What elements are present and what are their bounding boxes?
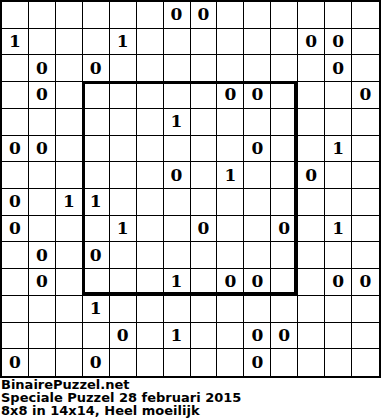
cell-r2c1: 1 (2, 29, 29, 56)
puzzle-board: 0011000000000100010100110100100010000101… (0, 0, 381, 378)
cell-r6c2: 0 (29, 136, 56, 163)
cell-r12c10[interactable] (244, 296, 271, 323)
cell-r11c6[interactable] (137, 269, 164, 296)
cell-r10c12[interactable] (298, 242, 325, 269)
cell-r7c6[interactable] (137, 162, 164, 189)
cell-r13c1[interactable] (2, 323, 29, 350)
cell-r9c9[interactable] (217, 216, 244, 243)
cell-r10c9[interactable] (217, 242, 244, 269)
cell-r14c9[interactable] (217, 349, 244, 376)
cell-r13c7: 1 (164, 323, 191, 350)
cell-r7c14[interactable] (352, 162, 379, 189)
cell-r9c1: 0 (2, 216, 29, 243)
cell-r10c3[interactable] (56, 242, 83, 269)
cell-r14c5[interactable] (110, 349, 137, 376)
cell-r10c5[interactable] (110, 242, 137, 269)
cell-r5c9[interactable] (217, 109, 244, 136)
cell-r4c14: 0 (352, 82, 379, 109)
cell-r4c4[interactable] (83, 82, 110, 109)
cell-r4c11[interactable] (271, 82, 298, 109)
cell-r14c12[interactable] (298, 349, 325, 376)
cell-r1c13[interactable] (325, 2, 352, 29)
cell-r3c7[interactable] (164, 55, 191, 82)
cell-r13c4[interactable] (83, 323, 110, 350)
cell-r10c13[interactable] (325, 242, 352, 269)
cell-r12c1[interactable] (2, 296, 29, 323)
cell-r4c7[interactable] (164, 82, 191, 109)
cell-r7c3[interactable] (56, 162, 83, 189)
cell-r8c5[interactable] (110, 189, 137, 216)
cell-r4c9: 0 (217, 82, 244, 109)
cell-r7c7: 0 (164, 162, 191, 189)
cell-r6c6[interactable] (137, 136, 164, 163)
cell-r12c7[interactable] (164, 296, 191, 323)
cell-r9c4[interactable] (83, 216, 110, 243)
cell-r13c10: 0 (244, 323, 271, 350)
cell-r10c1[interactable] (2, 242, 29, 269)
cell-r1c14[interactable] (352, 2, 379, 29)
cell-r2c6[interactable] (137, 29, 164, 56)
cell-r12c12[interactable] (298, 296, 325, 323)
cell-r7c8[interactable] (191, 162, 218, 189)
cell-r9c3[interactable] (56, 216, 83, 243)
cell-r10c10[interactable] (244, 242, 271, 269)
cell-r11c10: 0 (244, 269, 271, 296)
cell-r8c4: 1 (83, 189, 110, 216)
cell-r3c14[interactable] (352, 55, 379, 82)
cell-r6c9[interactable] (217, 136, 244, 163)
cell-r6c5[interactable] (110, 136, 137, 163)
cell-r6c13: 1 (325, 136, 352, 163)
cell-r2c2[interactable] (29, 29, 56, 56)
cell-r1c12[interactable] (298, 2, 325, 29)
cell-r12c11[interactable] (271, 296, 298, 323)
cell-r11c13: 0 (325, 269, 352, 296)
cell-r13c8[interactable] (191, 323, 218, 350)
cell-r4c10: 0 (244, 82, 271, 109)
cell-r13c3[interactable] (56, 323, 83, 350)
cell-r14c3[interactable] (56, 349, 83, 376)
cell-r5c8[interactable] (191, 109, 218, 136)
cell-r3c5[interactable] (110, 55, 137, 82)
cell-r13c12[interactable] (298, 323, 325, 350)
cell-r9c2[interactable] (29, 216, 56, 243)
cell-r6c10: 0 (244, 136, 271, 163)
cell-r13c13[interactable] (325, 323, 352, 350)
cell-r11c8[interactable] (191, 269, 218, 296)
cell-r12c8[interactable] (191, 296, 218, 323)
cell-r1c1[interactable] (2, 2, 29, 29)
cell-r3c3[interactable] (56, 55, 83, 82)
cell-r12c9[interactable] (217, 296, 244, 323)
cell-r11c9: 0 (217, 269, 244, 296)
cell-r6c4[interactable] (83, 136, 110, 163)
cell-r10c6[interactable] (137, 242, 164, 269)
cell-r7c9: 1 (217, 162, 244, 189)
cell-r11c12[interactable] (298, 269, 325, 296)
cell-r11c5[interactable] (110, 269, 137, 296)
cell-r1c5[interactable] (110, 2, 137, 29)
cell-r6c14[interactable] (352, 136, 379, 163)
cell-r13c14[interactable] (352, 323, 379, 350)
cell-r7c12: 0 (298, 162, 325, 189)
cell-r12c5[interactable] (110, 296, 137, 323)
cell-r12c14[interactable] (352, 296, 379, 323)
cell-r11c1[interactable] (2, 269, 29, 296)
cell-r7c13[interactable] (325, 162, 352, 189)
cell-r6c3[interactable] (56, 136, 83, 163)
cell-r7c5[interactable] (110, 162, 137, 189)
cell-r2c12: 0 (298, 29, 325, 56)
cell-r6c12[interactable] (298, 136, 325, 163)
cell-r1c9[interactable] (217, 2, 244, 29)
cell-r9c5: 1 (110, 216, 137, 243)
cell-r13c2[interactable] (29, 323, 56, 350)
cell-r5c3[interactable] (56, 109, 83, 136)
cell-r4c8[interactable] (191, 82, 218, 109)
cell-r3c8[interactable] (191, 55, 218, 82)
cell-r13c11: 0 (271, 323, 298, 350)
cell-r5c5[interactable] (110, 109, 137, 136)
cell-r5c12[interactable] (298, 109, 325, 136)
cell-r10c7[interactable] (164, 242, 191, 269)
cell-r14c10: 0 (244, 349, 271, 376)
cell-r8c2[interactable] (29, 189, 56, 216)
cell-r3c2: 0 (29, 55, 56, 82)
cell-r8c8[interactable] (191, 189, 218, 216)
cell-r3c4: 0 (83, 55, 110, 82)
cell-r1c6[interactable] (137, 2, 164, 29)
cell-r8c13[interactable] (325, 189, 352, 216)
cell-r2c11[interactable] (271, 29, 298, 56)
cell-r11c2: 0 (29, 269, 56, 296)
cell-r10c2: 0 (29, 242, 56, 269)
cell-r2c5: 1 (110, 29, 137, 56)
cell-r5c13[interactable] (325, 109, 352, 136)
cell-r2c8[interactable] (191, 29, 218, 56)
cell-r14c7[interactable] (164, 349, 191, 376)
cell-r7c10[interactable] (244, 162, 271, 189)
cell-r4c13[interactable] (325, 82, 352, 109)
cell-r9c14[interactable] (352, 216, 379, 243)
cell-r3c10[interactable] (244, 55, 271, 82)
cell-r9c11: 0 (271, 216, 298, 243)
cell-r6c1: 0 (2, 136, 29, 163)
cell-r1c3[interactable] (56, 2, 83, 29)
cell-r8c6[interactable] (137, 189, 164, 216)
cell-r3c6[interactable] (137, 55, 164, 82)
cell-r12c4: 1 (83, 296, 110, 323)
cell-r13c6[interactable] (137, 323, 164, 350)
cell-r3c1[interactable] (2, 55, 29, 82)
cell-r10c11[interactable] (271, 242, 298, 269)
cell-r11c7: 1 (164, 269, 191, 296)
cell-r13c5: 0 (110, 323, 137, 350)
cell-r2c3[interactable] (56, 29, 83, 56)
cell-r2c7[interactable] (164, 29, 191, 56)
cell-r4c1[interactable] (2, 82, 29, 109)
cell-r9c12[interactable] (298, 216, 325, 243)
cell-r6c7[interactable] (164, 136, 191, 163)
cell-r14c11[interactable] (271, 349, 298, 376)
cell-r4c12[interactable] (298, 82, 325, 109)
cell-r9c7[interactable] (164, 216, 191, 243)
cell-r4c6[interactable] (137, 82, 164, 109)
binary-puzzle-page: 0011000000000100010100110100100010000101… (0, 0, 381, 419)
cell-r5c2[interactable] (29, 109, 56, 136)
cell-r1c2[interactable] (29, 2, 56, 29)
cell-r8c11[interactable] (271, 189, 298, 216)
cell-r6c8[interactable] (191, 136, 218, 163)
cell-r7c2[interactable] (29, 162, 56, 189)
cell-r9c6[interactable] (137, 216, 164, 243)
cell-r12c3[interactable] (56, 296, 83, 323)
cell-r1c11[interactable] (271, 2, 298, 29)
cell-r5c14[interactable] (352, 109, 379, 136)
cell-r5c4[interactable] (83, 109, 110, 136)
cell-r6c11[interactable] (271, 136, 298, 163)
cell-r4c5[interactable] (110, 82, 137, 109)
cell-r10c14[interactable] (352, 242, 379, 269)
cell-r2c14[interactable] (352, 29, 379, 56)
cell-r5c6[interactable] (137, 109, 164, 136)
cell-r1c8: 0 (191, 2, 218, 29)
cell-r5c7: 1 (164, 109, 191, 136)
cell-r10c8[interactable] (191, 242, 218, 269)
cell-r2c13: 0 (325, 29, 352, 56)
cell-r5c1[interactable] (2, 109, 29, 136)
cell-r7c1[interactable] (2, 162, 29, 189)
cell-r14c2[interactable] (29, 349, 56, 376)
cell-r8c1: 0 (2, 189, 29, 216)
cell-r2c9[interactable] (217, 29, 244, 56)
cell-r8c9[interactable] (217, 189, 244, 216)
cell-r4c3[interactable] (56, 82, 83, 109)
cell-r3c12[interactable] (298, 55, 325, 82)
cell-r14c1: 0 (2, 349, 29, 376)
cell-r3c13: 0 (325, 55, 352, 82)
footer: BinairePuzzel.net Speciale Puzzel 28 feb… (1, 378, 381, 417)
cell-r1c4[interactable] (83, 2, 110, 29)
cell-r8c12[interactable] (298, 189, 325, 216)
cell-r1c10[interactable] (244, 2, 271, 29)
cell-r2c4[interactable] (83, 29, 110, 56)
cell-r1c7: 0 (164, 2, 191, 29)
cell-r9c10[interactable] (244, 216, 271, 243)
cell-r14c4: 0 (83, 349, 110, 376)
cell-r2c10[interactable] (244, 29, 271, 56)
cell-r12c13[interactable] (325, 296, 352, 323)
cell-r12c2[interactable] (29, 296, 56, 323)
cell-r5c11[interactable] (271, 109, 298, 136)
cell-r12c6[interactable] (137, 296, 164, 323)
cell-r14c8[interactable] (191, 349, 218, 376)
cell-r11c3[interactable] (56, 269, 83, 296)
cell-r8c7[interactable] (164, 189, 191, 216)
cell-r14c13[interactable] (325, 349, 352, 376)
cell-r3c9[interactable] (217, 55, 244, 82)
cell-r4c2: 0 (29, 82, 56, 109)
cell-r9c8: 0 (191, 216, 218, 243)
cell-r11c11[interactable] (271, 269, 298, 296)
cell-r9c13: 1 (325, 216, 352, 243)
cell-r5c10[interactable] (244, 109, 271, 136)
cell-r14c14[interactable] (352, 349, 379, 376)
cell-r8c3: 1 (56, 189, 83, 216)
puzzle-subtitle: 8x8 in 14x14, Heel moeilijk (1, 404, 381, 417)
cell-r8c14[interactable] (352, 189, 379, 216)
cell-r8c10[interactable] (244, 189, 271, 216)
cell-r13c9[interactable] (217, 323, 244, 350)
cell-r11c14: 0 (352, 269, 379, 296)
cell-r11c4[interactable] (83, 269, 110, 296)
cell-r7c4[interactable] (83, 162, 110, 189)
cell-r14c6[interactable] (137, 349, 164, 376)
cell-r3c11[interactable] (271, 55, 298, 82)
cell-r7c11[interactable] (271, 162, 298, 189)
cell-r10c4: 0 (83, 242, 110, 269)
